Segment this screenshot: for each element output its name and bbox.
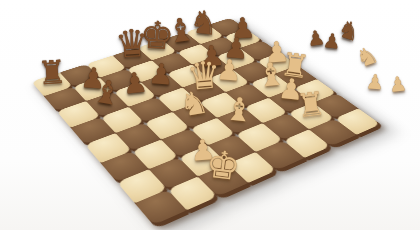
captured-white-pawn[interactable]: ♟ [388,73,408,95]
captured-black-knight[interactable]: ♞ [335,16,363,45]
captured-white-pawn[interactable]: ♟ [365,71,384,92]
captured-black-pawn[interactable]: ♟ [322,30,342,52]
chess-board [31,18,380,225]
captured-white-knight[interactable]: ♞ [353,42,381,72]
captured-black-pawn[interactable]: ♟ [306,27,327,49]
product-photo-background: ♜♛♚♝♞♟♟♝♟♟♟♟♛♟♟♞♝♜♝♟♟♜♚ ♟♟♞♞♟♟ [0,0,420,230]
